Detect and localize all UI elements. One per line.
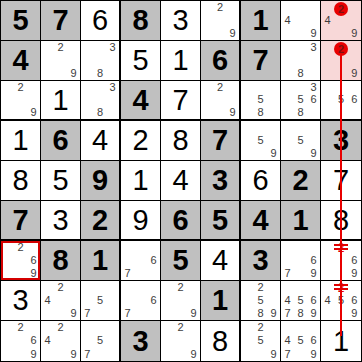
given-digit: 1 — [81, 241, 119, 280]
candidate-mark: 9 — [67, 67, 80, 80]
candidate-mark: 9 — [27, 106, 40, 119]
candidate-mark: 5 — [254, 294, 267, 307]
candidate-mark: 2 — [214, 1, 227, 14]
candidate-mark: 4 — [281, 294, 294, 307]
cell-r5c6[interactable]: 3 — [201, 161, 241, 201]
given-digit: 6 — [41, 121, 80, 160]
cell-r6c7[interactable]: 4 — [241, 201, 281, 241]
given-digit: 7 — [201, 121, 239, 160]
candidate-marks: 29 — [201, 81, 239, 119]
candidate-marks: 2589 — [241, 281, 280, 320]
given-digit: 1 — [241, 1, 280, 40]
given-digit: 6 — [161, 201, 200, 239]
cell-r2c2[interactable]: 29 — [41, 41, 81, 81]
solved-digit: 6 — [241, 161, 280, 200]
candidate-mark: 6 — [27, 254, 40, 267]
candidate-marks: 29 — [161, 321, 200, 361]
solved-digit: 1 — [121, 161, 160, 200]
cell-r2c8[interactable]: 38 — [281, 41, 321, 81]
cell-r5c5[interactable]: 4 — [161, 161, 201, 201]
cell-r7c6[interactable]: 4 — [201, 241, 241, 281]
cell-r8c6[interactable]: 1 — [201, 281, 241, 321]
candidate-marks: 67 — [121, 241, 160, 280]
candidate-mark: 6 — [307, 254, 320, 267]
cell-r6c3[interactable]: 2 — [81, 201, 121, 241]
candidate-mark: 4 — [41, 294, 54, 307]
candidate-marks: 58 — [241, 81, 280, 119]
given-digit: 4 — [1, 41, 40, 80]
solved-digit: 8 — [161, 121, 200, 160]
candidate-mark: 5 — [254, 94, 267, 107]
candidate-marks: 259 — [241, 321, 280, 361]
candidate-mark: 5 — [254, 134, 267, 147]
given-digit: 7 — [41, 1, 80, 40]
candidate-marks: 38 — [81, 41, 119, 80]
cell-r9c4[interactable]: 3 — [121, 321, 161, 361]
candidate-marks: 57 — [81, 281, 119, 320]
cell-r3c7[interactable]: 58 — [241, 81, 281, 121]
solved-digit: 6 — [81, 1, 119, 40]
cell-r4c5[interactable]: 8 — [161, 121, 201, 161]
solved-digit: 2 — [121, 121, 160, 160]
solved-digit: 4 — [81, 121, 119, 160]
cell-r1c5[interactable]: 3 — [161, 1, 201, 41]
cell-r1c6[interactable]: 29 — [201, 1, 241, 41]
given-digit: 8 — [121, 1, 160, 40]
solved-digit: 3 — [1, 281, 40, 320]
chain-circled-candidate: 2 — [334, 42, 348, 56]
given-digit: 3 — [201, 161, 239, 200]
cell-r4c1[interactable]: 1 — [1, 121, 41, 161]
candidate-mark: 8 — [294, 307, 307, 320]
given-digit: 3 — [241, 241, 280, 280]
cell-r6c5[interactable]: 6 — [161, 201, 201, 241]
given-digit: 7 — [241, 41, 280, 80]
candidate-mark: 2 — [254, 281, 267, 294]
cell-r4c4[interactable]: 2 — [121, 121, 161, 161]
candidate-mark: 9 — [27, 348, 40, 361]
solved-digit: 1 — [161, 41, 200, 80]
candidate-marks: 49 — [281, 1, 320, 40]
cell-r8c3[interactable]: 57 — [81, 281, 121, 321]
candidate-mark: 9 — [307, 348, 320, 361]
cell-r5c1[interactable]: 8 — [1, 161, 41, 201]
candidate-mark: 9 — [348, 267, 361, 280]
cell-r5c2[interactable]: 5 — [41, 161, 81, 201]
candidate-mark: 5 — [294, 294, 307, 307]
cell-r8c1[interactable]: 3 — [1, 281, 41, 321]
candidate-mark: 9 — [348, 27, 361, 40]
cell-r5c7[interactable]: 6 — [241, 161, 281, 201]
solved-digit: 8 — [1, 161, 40, 200]
candidate-mark: 9 — [267, 147, 280, 160]
sudoku-board: 5768329149492429385167389229138472958356… — [0, 0, 362, 362]
cell-r6c1[interactable]: 7 — [1, 201, 41, 241]
cell-r9c1[interactable]: 269 — [1, 321, 41, 361]
candidate-mark: 7 — [281, 267, 294, 280]
candidate-marks: 57 — [81, 321, 119, 361]
candidate-mark: 4 — [41, 334, 54, 347]
candidate-mark: 8 — [94, 67, 107, 80]
cell-r2c6[interactable]: 6 — [201, 41, 241, 81]
given-digit: 5 — [201, 201, 239, 239]
candidate-mark: 4 — [281, 334, 294, 347]
given-digit: 2 — [281, 161, 320, 200]
given-digit: 5 — [161, 241, 200, 280]
candidate-marks: 249 — [41, 321, 80, 361]
given-digit: 4 — [121, 81, 160, 119]
candidate-mark: 2 — [174, 321, 187, 334]
cell-r7c8[interactable]: 679 — [281, 241, 321, 281]
candidate-mark: 3 — [106, 41, 119, 54]
candidate-mark: 9 — [187, 348, 200, 361]
candidate-mark: 9 — [267, 307, 280, 320]
given-digit: 9 — [81, 161, 119, 200]
given-digit: 1 — [281, 201, 320, 239]
candidate-mark: 7 — [81, 348, 94, 361]
candidate-mark: 4 — [281, 14, 294, 27]
cell-r4c8[interactable]: 59 — [281, 121, 321, 161]
candidate-marks: 59 — [281, 121, 320, 160]
cell-r6c4[interactable]: 9 — [121, 201, 161, 241]
cell-r5c3[interactable]: 9 — [81, 161, 121, 201]
candidate-mark: 9 — [348, 67, 361, 80]
eliminated-candidate: 2 — [333, 281, 349, 294]
candidate-marks: 29 — [201, 1, 239, 40]
cell-r3c5[interactable]: 7 — [161, 81, 201, 121]
cell-r9c7[interactable]: 259 — [241, 321, 281, 361]
cell-r7c7[interactable]: 3 — [241, 241, 281, 281]
candidate-marks: 249 — [41, 281, 80, 320]
cell-r3c4[interactable]: 4 — [121, 81, 161, 121]
candidate-mark: 7 — [121, 267, 134, 280]
given-digit: 1 — [201, 281, 239, 320]
cell-r1c9[interactable]: 492 — [321, 1, 361, 41]
candidate-mark: 5 — [94, 334, 107, 347]
given-digit: 3 — [121, 321, 160, 361]
candidate-marks: 456789 — [281, 281, 320, 320]
cell-r4c6[interactable]: 7 — [201, 121, 241, 161]
candidate-mark: 2 — [54, 281, 67, 294]
candidate-mark: 8 — [254, 307, 267, 320]
candidate-marks: 679 — [281, 241, 320, 280]
given-digit: 2 — [81, 201, 119, 239]
solved-digit: 3 — [161, 1, 200, 40]
cell-r2c3[interactable]: 38 — [81, 41, 121, 81]
solved-digit: 1 — [1, 121, 40, 160]
candidate-mark: 9 — [307, 267, 320, 280]
cell-r1c1[interactable]: 5 — [1, 1, 41, 41]
cell-r3c3[interactable]: 38 — [81, 81, 121, 121]
candidate-mark: 5 — [294, 334, 307, 347]
candidate-mark: 2 — [14, 81, 27, 94]
cell-r8c5[interactable]: 29 — [161, 281, 201, 321]
cell-r1c4[interactable]: 8 — [121, 1, 161, 41]
cell-r8c8[interactable]: 456789 — [281, 281, 321, 321]
candidate-marks: 45679 — [281, 321, 320, 361]
cell-r9c3[interactable]: 57 — [81, 321, 121, 361]
cell-r7c4[interactable]: 67 — [121, 241, 161, 281]
cell-r7c1[interactable]: 269 — [1, 241, 41, 281]
given-digit: 7 — [1, 201, 40, 239]
cell-r1c2[interactable]: 7 — [41, 1, 81, 41]
candidate-mark: 6 — [348, 94, 361, 107]
candidate-mark: 2 — [14, 241, 27, 254]
cell-r6c6[interactable]: 5 — [201, 201, 241, 241]
cell-r8c2[interactable]: 249 — [41, 281, 81, 321]
candidate-mark: 9 — [226, 106, 239, 119]
candidate-mark: 6 — [307, 94, 320, 107]
cell-r4c3[interactable]: 4 — [81, 121, 121, 161]
cell-r3c8[interactable]: 3568 — [281, 81, 321, 121]
candidate-mark: 6 — [348, 294, 361, 307]
cell-r9c2[interactable]: 249 — [41, 321, 81, 361]
candidate-mark: 9 — [307, 27, 320, 40]
candidate-mark: 3 — [307, 41, 320, 54]
candidate-mark: 9 — [226, 27, 239, 40]
candidate-mark: 9 — [307, 147, 320, 160]
cell-r3c6[interactable]: 29 — [201, 81, 241, 121]
cell-r2c1[interactable]: 4 — [1, 41, 41, 81]
candidate-mark: 6 — [307, 334, 320, 347]
candidate-mark: 6 — [147, 294, 160, 307]
candidate-mark: 2 — [174, 281, 187, 294]
cell-r1c7[interactable]: 1 — [241, 1, 281, 41]
candidate-mark: 2 — [54, 41, 67, 54]
candidate-mark: 2 — [14, 321, 27, 334]
candidate-marks: 3568 — [281, 81, 320, 119]
cell-r2c5[interactable]: 1 — [161, 41, 201, 81]
candidate-mark: 7 — [281, 307, 294, 320]
candidate-mark: 5 — [294, 134, 307, 147]
solved-digit: 5 — [121, 41, 160, 80]
candidate-mark: 8 — [294, 67, 307, 80]
candidate-marks: 269 — [1, 321, 40, 361]
candidate-mark: 2 — [214, 81, 227, 94]
candidate-mark: 5 — [94, 294, 107, 307]
candidate-marks: 67 — [121, 281, 160, 320]
candidate-mark: 4 — [321, 294, 334, 307]
candidate-mark: 8 — [294, 106, 307, 119]
cell-r4c7[interactable]: 59 — [241, 121, 281, 161]
candidate-mark: 7 — [281, 348, 294, 361]
cell-r1c8[interactable]: 49 — [281, 1, 321, 41]
cell-r6c8[interactable]: 1 — [281, 201, 321, 241]
given-digit: 5 — [1, 1, 40, 40]
candidate-mark: 9 — [348, 307, 361, 320]
cell-r5c8[interactable]: 2 — [281, 161, 321, 201]
candidate-mark: 2 — [254, 321, 267, 334]
cell-r6c2[interactable]: 3 — [41, 201, 81, 241]
candidate-mark: 8 — [254, 106, 267, 119]
candidate-mark: 6 — [27, 334, 40, 347]
solved-digit: 8 — [201, 321, 239, 361]
candidate-mark: 5 — [254, 334, 267, 347]
cell-r5c4[interactable]: 1 — [121, 161, 161, 201]
candidate-marks: 29 — [161, 281, 200, 320]
candidate-marks: 38 — [81, 81, 119, 119]
candidate-mark: 6 — [147, 254, 160, 267]
candidate-marks: 29 — [41, 41, 80, 80]
eliminated-candidate: 2 — [333, 241, 349, 254]
given-digit: 6 — [201, 41, 239, 80]
cell-r4c2[interactable]: 6 — [41, 121, 81, 161]
candidate-mark: 6 — [307, 294, 320, 307]
cell-r7c2[interactable]: 8 — [41, 241, 81, 281]
candidate-mark: 9 — [187, 307, 200, 320]
solved-digit: 7 — [161, 81, 200, 119]
given-digit: 8 — [41, 241, 80, 280]
candidate-mark: 7 — [121, 307, 134, 320]
candidate-marks: 29 — [1, 81, 40, 119]
candidate-mark: 9 — [267, 348, 280, 361]
cell-r2c7[interactable]: 7 — [241, 41, 281, 81]
cell-r9c5[interactable]: 29 — [161, 321, 201, 361]
candidate-mark: 3 — [307, 81, 320, 94]
candidate-mark: 5 — [294, 94, 307, 107]
candidate-marks: 59 — [241, 121, 280, 160]
cell-r1c3[interactable]: 6 — [81, 1, 121, 41]
cell-r9c8[interactable]: 45679 — [281, 321, 321, 361]
solved-digit: 1 — [41, 81, 80, 119]
cell-r3c1[interactable]: 29 — [1, 81, 41, 121]
candidate-mark: 4 — [321, 14, 334, 27]
candidate-mark: 6 — [348, 254, 361, 267]
candidate-mark: 7 — [81, 307, 94, 320]
cell-r7c5[interactable]: 5 — [161, 241, 201, 281]
chain-circled-candidate: 2 — [334, 2, 348, 16]
candidate-marks: 38 — [281, 41, 320, 80]
solved-digit: 4 — [161, 161, 200, 200]
candidate-mark: 9 — [67, 307, 80, 320]
cell-r8c7[interactable]: 2589 — [241, 281, 281, 321]
cell-r3c2[interactable]: 1 — [41, 81, 81, 121]
cell-r9c6[interactable]: 8 — [201, 321, 241, 361]
candidate-mark: 9 — [307, 307, 320, 320]
candidate-mark: 3 — [106, 81, 119, 94]
candidate-mark: 2 — [54, 321, 67, 334]
cell-r2c4[interactable]: 5 — [121, 41, 161, 81]
cell-r7c3[interactable]: 1 — [81, 241, 121, 281]
solved-digit: 3 — [41, 201, 80, 239]
candidate-mark: 9 — [67, 348, 80, 361]
cell-r8c4[interactable]: 67 — [121, 281, 161, 321]
candidate-marks: 269 — [1, 241, 40, 280]
candidate-mark: 8 — [94, 106, 107, 119]
candidate-mark: 9 — [27, 267, 40, 280]
solved-digit: 5 — [41, 161, 80, 200]
given-digit: 4 — [241, 201, 280, 239]
solved-digit: 9 — [121, 201, 160, 239]
solved-digit: 4 — [201, 241, 239, 280]
